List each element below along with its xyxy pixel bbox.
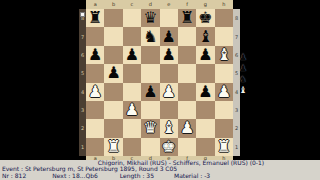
material-balance: Material : -3 [174, 173, 210, 179]
file-label-a: a [86, 0, 104, 9]
board-panel: abcdefgh 87654321 ♜♛♜♚♞♟♝♟♟♟♟♝♟♟♟♟♟♟♟♛♝♟… [79, 0, 240, 161]
square-g3[interactable] [196, 101, 214, 119]
black-pawn-icon: ♟ [237, 52, 249, 63]
square-c7[interactable] [123, 27, 141, 45]
white-rook-piece: ♜ [217, 139, 231, 155]
white-pawn-piece: ♟ [88, 84, 102, 100]
black-pawn-piece: ♟ [162, 47, 176, 63]
square-a6[interactable]: ♟ [86, 46, 104, 64]
rank-label-1: 1 [233, 138, 240, 156]
rank-label-2: 2 [233, 119, 240, 137]
square-e7[interactable]: ♟ [160, 27, 178, 45]
square-f7[interactable] [178, 27, 196, 45]
material-tray: ♟♟♞♝ [237, 52, 249, 96]
square-b6[interactable] [104, 46, 122, 64]
rank-label-6: 6 [79, 46, 86, 64]
chess-board: ♜♛♜♚♞♟♝♟♟♟♟♝♟♟♟♟♟♟♟♛♝♟♜♚♜ [86, 9, 233, 156]
square-e3[interactable] [160, 101, 178, 119]
file-label-g: g [196, 0, 214, 9]
square-g7[interactable]: ♝ [196, 27, 214, 45]
rank-label-3: 3 [233, 101, 240, 119]
square-c8[interactable] [123, 9, 141, 27]
rank-labels-left: 87654321 [79, 9, 86, 156]
square-d5[interactable] [141, 64, 159, 82]
square-a2[interactable] [86, 119, 104, 137]
white-queen-piece: ♛ [143, 120, 157, 136]
rank-label-7: 7 [233, 27, 240, 45]
square-h5[interactable] [215, 64, 233, 82]
square-e6[interactable]: ♟ [160, 46, 178, 64]
black-rook-piece: ♜ [180, 10, 194, 26]
game-length: Length : 35 [120, 173, 154, 179]
square-g6[interactable]: ♟ [196, 46, 214, 64]
app-window: abcdefgh 87654321 ♜♛♜♚♞♟♝♟♟♟♟♝♟♟♟♟♟♟♟♛♝♟… [0, 0, 320, 180]
square-g2[interactable] [196, 119, 214, 137]
square-c2[interactable] [123, 119, 141, 137]
square-f6[interactable] [178, 46, 196, 64]
square-g5[interactable] [196, 64, 214, 82]
white-bishop-piece: ♝ [162, 120, 176, 136]
rank-label-8: 8 [233, 9, 240, 27]
file-labels-top: abcdefgh [86, 0, 233, 9]
square-b5[interactable]: ♟ [104, 64, 122, 82]
black-pawn-icon: ♟ [237, 63, 249, 74]
square-h8[interactable] [215, 9, 233, 27]
file-label-f: f [178, 0, 196, 9]
square-c6[interactable]: ♟ [123, 46, 141, 64]
black-pawn-piece: ♟ [106, 65, 120, 81]
square-b8[interactable] [104, 9, 122, 27]
square-c5[interactable] [123, 64, 141, 82]
white-pawn-piece: ♟ [125, 102, 139, 118]
black-pawn-piece: ♟ [198, 84, 212, 100]
square-h7[interactable] [215, 27, 233, 45]
file-label-d: d [141, 0, 159, 9]
side-to-move-indicator [80, 12, 85, 17]
square-d1[interactable] [141, 138, 159, 156]
square-h4[interactable]: ♟ [215, 83, 233, 101]
white-pawn-piece: ♟ [180, 120, 194, 136]
square-h3[interactable] [215, 101, 233, 119]
black-bishop-piece: ♝ [198, 29, 212, 45]
square-f8[interactable]: ♜ [178, 9, 196, 27]
white-pawn-piece: ♟ [217, 84, 231, 100]
square-a1[interactable] [86, 138, 104, 156]
next-move: Next : 18...Qb6 [52, 173, 98, 179]
rank-label-3: 3 [79, 101, 86, 119]
stats-line: Nr : 812 Next : 18...Qb6 Length : 35 Mat… [0, 173, 320, 179]
square-b4[interactable] [104, 83, 122, 101]
square-h6[interactable]: ♝ [215, 46, 233, 64]
rank-label-2: 2 [79, 119, 86, 137]
square-f2[interactable]: ♟ [178, 119, 196, 137]
square-d4[interactable]: ♟ [141, 83, 159, 101]
square-h1[interactable]: ♜ [215, 138, 233, 156]
black-pawn-piece: ♟ [162, 29, 176, 45]
rank-label-7: 7 [79, 27, 86, 45]
rank-label-1: 1 [79, 138, 86, 156]
square-e2[interactable]: ♝ [160, 119, 178, 137]
rank-label-5: 5 [79, 64, 86, 82]
square-b1[interactable]: ♜ [104, 138, 122, 156]
square-a5[interactable] [86, 64, 104, 82]
square-d6[interactable] [141, 46, 159, 64]
square-c4[interactable] [123, 83, 141, 101]
white-bishop-piece: ♝ [217, 47, 231, 63]
square-c1[interactable] [123, 138, 141, 156]
square-e4[interactable]: ♟ [160, 83, 178, 101]
black-knight-icon: ♞ [237, 74, 249, 85]
square-b2[interactable] [104, 119, 122, 137]
white-king-piece: ♚ [162, 139, 176, 155]
square-g1[interactable] [196, 138, 214, 156]
black-pawn-piece: ♟ [198, 47, 212, 63]
square-e5[interactable] [160, 64, 178, 82]
square-g4[interactable]: ♟ [196, 83, 214, 101]
white-rook-piece: ♜ [106, 139, 120, 155]
file-label-c: c [123, 0, 141, 9]
square-f4[interactable] [178, 83, 196, 101]
rank-label-4: 4 [79, 83, 86, 101]
square-a3[interactable] [86, 101, 104, 119]
square-f1[interactable] [178, 138, 196, 156]
file-label-h: h [215, 0, 233, 9]
black-queen-piece: ♛ [143, 10, 157, 26]
white-bishop-icon: ♝ [237, 85, 249, 96]
black-pawn-piece: ♟ [125, 47, 139, 63]
black-rook-piece: ♜ [88, 10, 102, 26]
black-pawn-piece: ♟ [143, 84, 157, 100]
square-d8[interactable]: ♛ [141, 9, 159, 27]
file-label-e: e [160, 0, 178, 9]
square-h2[interactable] [215, 119, 233, 137]
black-knight-piece: ♞ [143, 29, 157, 45]
square-f3[interactable] [178, 101, 196, 119]
square-d2[interactable]: ♛ [141, 119, 159, 137]
black-king-piece: ♚ [198, 10, 212, 26]
game-number: Nr : 812 [2, 173, 26, 179]
square-a4[interactable]: ♟ [86, 83, 104, 101]
square-c3[interactable]: ♟ [123, 101, 141, 119]
square-b7[interactable] [104, 27, 122, 45]
square-e1[interactable]: ♚ [160, 138, 178, 156]
status-bar: Chigorin, Mikhail (RUS) - Schiffers, Ema… [0, 160, 320, 180]
square-g8[interactable]: ♚ [196, 9, 214, 27]
square-a8[interactable]: ♜ [86, 9, 104, 27]
black-pawn-piece: ♟ [88, 47, 102, 63]
file-label-b: b [104, 0, 122, 9]
square-b3[interactable] [104, 101, 122, 119]
square-f5[interactable] [178, 64, 196, 82]
white-pawn-piece: ♟ [162, 84, 176, 100]
square-e8[interactable] [160, 9, 178, 27]
square-d3[interactable] [141, 101, 159, 119]
square-d7[interactable]: ♞ [141, 27, 159, 45]
square-a7[interactable] [86, 27, 104, 45]
